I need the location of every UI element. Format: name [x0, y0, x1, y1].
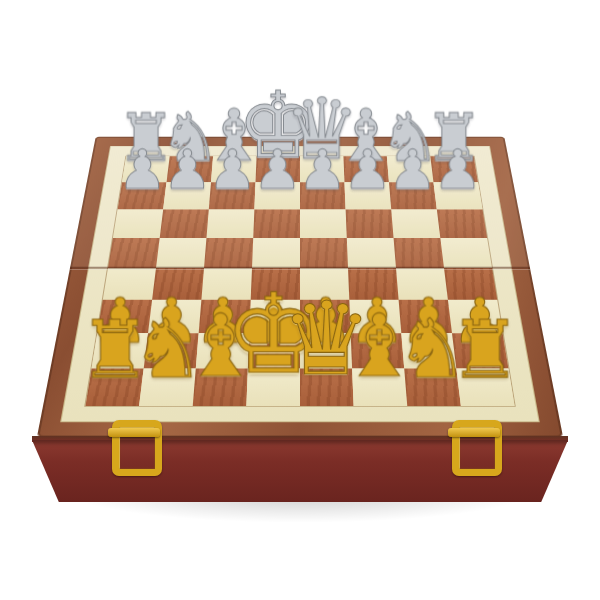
piece-gold-rook-a1[interactable]: ♜	[79, 312, 150, 387]
square-a1[interactable]: ♜	[85, 368, 143, 405]
left-clasp[interactable]	[108, 414, 160, 470]
square-c5[interactable]	[204, 238, 253, 268]
chess-board: ♜♞♝♚♛♝♞♜♟♟♟♟♟♟♟♟♟♟♟♟♟♟♟♟♜♞♝♚♛♝♞♜	[85, 156, 514, 406]
piece-silver-pawn-a7[interactable]: ♟	[118, 144, 167, 196]
board-wood-rim: ♜♞♝♚♛♝♞♜♟♟♟♟♟♟♟♟♟♟♟♟♟♟♟♟♜♞♝♚♛♝♞♜	[37, 137, 563, 437]
square-g5[interactable]	[394, 238, 444, 268]
board-plane: ♜♞♝♚♛♝♞♜♟♟♟♟♟♟♟♟♟♟♟♟♟♟♟♟♜♞♝♚♛♝♞♜	[37, 137, 563, 437]
piece-gold-rook-h1[interactable]: ♜	[449, 312, 520, 387]
piece-silver-pawn-f7[interactable]: ♟	[343, 144, 392, 196]
piece-gold-queen-e1[interactable]: ♛	[281, 291, 372, 387]
square-d5[interactable]	[252, 238, 300, 268]
piece-silver-pawn-g7[interactable]: ♟	[388, 144, 437, 196]
piece-silver-pawn-h7[interactable]: ♟	[433, 144, 482, 196]
square-b5[interactable]	[156, 238, 206, 268]
right-clasp[interactable]	[448, 414, 500, 470]
square-a5[interactable]	[108, 238, 160, 268]
piece-silver-pawn-e7[interactable]: ♟	[298, 144, 347, 196]
square-h1[interactable]: ♜	[456, 368, 514, 405]
square-e5[interactable]	[300, 238, 348, 268]
square-h5[interactable]	[440, 238, 492, 268]
square-e1[interactable]: ♛	[300, 368, 354, 405]
square-f5[interactable]	[347, 238, 396, 268]
left-clasp-bar	[108, 428, 160, 437]
piece-silver-pawn-c7[interactable]: ♟	[208, 144, 257, 196]
piece-silver-pawn-d7[interactable]: ♟	[253, 144, 302, 196]
product-photo: ♜♞♝♚♛♝♞♜♟♟♟♟♟♟♟♟♟♟♟♟♟♟♟♟♜♞♝♚♛♝♞♜	[0, 0, 600, 600]
right-clasp-bar	[448, 428, 500, 437]
board-cream-border: ♜♞♝♚♛♝♞♜♟♟♟♟♟♟♟♟♟♟♟♟♟♟♟♟♜♞♝♚♛♝♞♜	[60, 146, 540, 422]
piece-silver-pawn-b7[interactable]: ♟	[163, 144, 212, 196]
